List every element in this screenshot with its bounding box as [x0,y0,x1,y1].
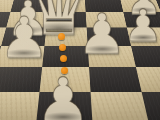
piece-white-pawn-d2[interactable]: ♟ [35,70,91,120]
move-target-dot[interactable] [60,55,67,62]
board-scene: ♟♟♛♟♟♟♟ [0,0,160,120]
move-target-dot[interactable] [58,33,65,40]
move-target-dot[interactable] [59,44,66,51]
chess-game-viewport: ♟♟♛♟♟♟♟ [0,0,160,120]
